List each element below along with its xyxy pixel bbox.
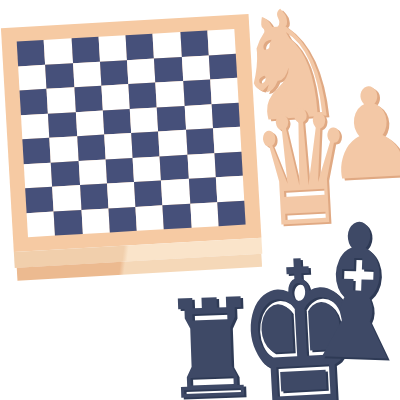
pieces-layer: ♞♛♟♜♚♝ — [0, 0, 400, 400]
black-bishop-piece: ♝ — [291, 198, 400, 388]
chess-illustration: ♞♛♟♜♚♝ — [0, 0, 400, 400]
white-pawn-piece: ♟ — [321, 70, 400, 199]
